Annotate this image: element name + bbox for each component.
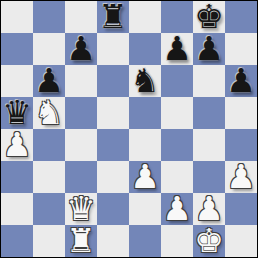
square-c5[interactable] xyxy=(65,97,97,129)
piece-white-pawn[interactable]: ♟ xyxy=(130,161,160,193)
square-b5[interactable]: ♞ xyxy=(33,97,65,129)
piece-black-rook[interactable]: ♜ xyxy=(98,1,128,33)
square-g1[interactable]: ♚ xyxy=(193,225,225,257)
square-a6[interactable] xyxy=(1,65,33,97)
square-g5[interactable] xyxy=(193,97,225,129)
square-e8[interactable] xyxy=(129,1,161,33)
square-a7[interactable] xyxy=(1,33,33,65)
piece-white-pawn[interactable]: ♟ xyxy=(162,193,192,225)
square-e6[interactable]: ♞ xyxy=(129,65,161,97)
piece-black-pawn[interactable]: ♟ xyxy=(34,65,64,97)
square-f8[interactable] xyxy=(161,1,193,33)
square-c7[interactable]: ♟ xyxy=(65,33,97,65)
square-d4[interactable] xyxy=(97,129,129,161)
square-d8[interactable]: ♜ xyxy=(97,1,129,33)
piece-black-pawn[interactable]: ♟ xyxy=(66,33,96,65)
square-d3[interactable] xyxy=(97,161,129,193)
square-g3[interactable] xyxy=(193,161,225,193)
square-e2[interactable] xyxy=(129,193,161,225)
square-b6[interactable]: ♟ xyxy=(33,65,65,97)
piece-black-pawn[interactable]: ♟ xyxy=(194,33,224,65)
square-h5[interactable] xyxy=(225,97,257,129)
square-g8[interactable]: ♚ xyxy=(193,1,225,33)
square-a2[interactable] xyxy=(1,193,33,225)
square-c2[interactable]: ♛ xyxy=(65,193,97,225)
piece-black-knight[interactable]: ♞ xyxy=(130,65,160,97)
square-h8[interactable] xyxy=(225,1,257,33)
square-c6[interactable] xyxy=(65,65,97,97)
square-h7[interactable] xyxy=(225,33,257,65)
square-e4[interactable] xyxy=(129,129,161,161)
square-e3[interactable]: ♟ xyxy=(129,161,161,193)
piece-white-pawn[interactable]: ♟ xyxy=(2,129,32,161)
square-c4[interactable] xyxy=(65,129,97,161)
square-a4[interactable]: ♟ xyxy=(1,129,33,161)
square-b7[interactable] xyxy=(33,33,65,65)
square-f6[interactable] xyxy=(161,65,193,97)
square-b3[interactable] xyxy=(33,161,65,193)
square-a1[interactable] xyxy=(1,225,33,257)
piece-white-pawn[interactable]: ♟ xyxy=(194,193,224,225)
square-b1[interactable] xyxy=(33,225,65,257)
square-f7[interactable]: ♟ xyxy=(161,33,193,65)
square-f1[interactable] xyxy=(161,225,193,257)
square-h6[interactable]: ♟ xyxy=(225,65,257,97)
square-d2[interactable] xyxy=(97,193,129,225)
square-c8[interactable] xyxy=(65,1,97,33)
square-d6[interactable] xyxy=(97,65,129,97)
piece-white-knight[interactable]: ♞ xyxy=(34,97,64,129)
piece-black-queen[interactable]: ♛ xyxy=(2,97,32,129)
square-c3[interactable] xyxy=(65,161,97,193)
square-e7[interactable] xyxy=(129,33,161,65)
square-g2[interactable]: ♟ xyxy=(193,193,225,225)
square-b2[interactable] xyxy=(33,193,65,225)
square-f4[interactable] xyxy=(161,129,193,161)
square-h2[interactable] xyxy=(225,193,257,225)
square-a3[interactable] xyxy=(1,161,33,193)
square-g7[interactable]: ♟ xyxy=(193,33,225,65)
square-f3[interactable] xyxy=(161,161,193,193)
square-g4[interactable] xyxy=(193,129,225,161)
chess-board: ♜♚♟♟♟♟♞♟♛♞♟♟♟♛♟♟♜♚ xyxy=(0,0,258,258)
piece-black-pawn[interactable]: ♟ xyxy=(226,65,256,97)
square-h3[interactable]: ♟ xyxy=(225,161,257,193)
square-a8[interactable] xyxy=(1,1,33,33)
square-e1[interactable] xyxy=(129,225,161,257)
square-b4[interactable] xyxy=(33,129,65,161)
piece-black-pawn[interactable]: ♟ xyxy=(162,33,192,65)
square-d7[interactable] xyxy=(97,33,129,65)
square-g6[interactable] xyxy=(193,65,225,97)
piece-white-king[interactable]: ♚ xyxy=(194,225,224,257)
square-e5[interactable] xyxy=(129,97,161,129)
piece-white-pawn[interactable]: ♟ xyxy=(226,161,256,193)
square-f2[interactable]: ♟ xyxy=(161,193,193,225)
square-c1[interactable]: ♜ xyxy=(65,225,97,257)
piece-white-queen[interactable]: ♛ xyxy=(66,193,96,225)
square-f5[interactable] xyxy=(161,97,193,129)
square-d5[interactable] xyxy=(97,97,129,129)
square-b8[interactable] xyxy=(33,1,65,33)
piece-black-king[interactable]: ♚ xyxy=(194,1,224,33)
square-h4[interactable] xyxy=(225,129,257,161)
square-h1[interactable] xyxy=(225,225,257,257)
square-d1[interactable] xyxy=(97,225,129,257)
square-a5[interactable]: ♛ xyxy=(1,97,33,129)
piece-white-rook[interactable]: ♜ xyxy=(66,225,96,257)
